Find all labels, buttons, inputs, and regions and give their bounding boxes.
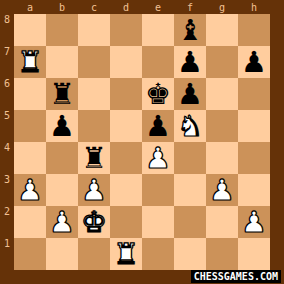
square-f8[interactable]: ♝ (174, 14, 206, 46)
piece-white-pawn: ♟ (17, 174, 43, 206)
piece-black-rook: ♜ (49, 78, 75, 110)
rank-label-2: 2 (0, 206, 14, 238)
square-c7[interactable] (78, 46, 110, 78)
square-g8[interactable] (206, 14, 238, 46)
chess-board: ♝♜♟♟♜♚♟♟♟♞♜♟♟♟♟♟♚♟♜ (14, 14, 270, 270)
piece-black-pawn: ♟ (177, 46, 203, 78)
rank-label-4: 4 (0, 142, 14, 174)
file-label-h: h (238, 0, 270, 14)
piece-white-pawn: ♟ (209, 174, 235, 206)
chess-diagram: abcdefgh 87654321 ♝♜♟♟♜♚♟♟♟♞♜♟♟♟♟♟♚♟♜ CH… (0, 0, 284, 284)
file-label-b: b (46, 0, 78, 14)
square-e3[interactable] (142, 174, 174, 206)
square-a2[interactable] (14, 206, 46, 238)
square-a1[interactable] (14, 238, 46, 270)
square-c2[interactable]: ♚ (78, 206, 110, 238)
piece-white-rook: ♜ (113, 238, 139, 270)
file-label-e: e (142, 0, 174, 14)
file-label-a: a (14, 0, 46, 14)
square-e7[interactable] (142, 46, 174, 78)
square-h6[interactable] (238, 78, 270, 110)
square-a7[interactable]: ♜ (14, 46, 46, 78)
square-a6[interactable] (14, 78, 46, 110)
file-label-g: g (206, 0, 238, 14)
rank-label-1: 1 (0, 238, 14, 270)
square-g4[interactable] (206, 142, 238, 174)
piece-white-knight: ♞ (177, 110, 203, 142)
square-a5[interactable] (14, 110, 46, 142)
square-g1[interactable] (206, 238, 238, 270)
square-b7[interactable] (46, 46, 78, 78)
square-b6[interactable]: ♜ (46, 78, 78, 110)
square-b8[interactable] (46, 14, 78, 46)
square-h2[interactable]: ♟ (238, 206, 270, 238)
square-d6[interactable] (110, 78, 142, 110)
file-label-d: d (110, 0, 142, 14)
square-g5[interactable] (206, 110, 238, 142)
square-d8[interactable] (110, 14, 142, 46)
rank-labels: 87654321 (0, 14, 14, 270)
square-c5[interactable] (78, 110, 110, 142)
square-g3[interactable]: ♟ (206, 174, 238, 206)
piece-black-pawn: ♟ (177, 78, 203, 110)
square-e6[interactable]: ♚ (142, 78, 174, 110)
file-labels: abcdefgh (14, 0, 270, 14)
piece-white-pawn: ♟ (81, 174, 107, 206)
rank-label-8: 8 (0, 14, 14, 46)
square-d4[interactable] (110, 142, 142, 174)
square-e4[interactable]: ♟ (142, 142, 174, 174)
piece-black-pawn: ♟ (49, 110, 75, 142)
piece-white-pawn: ♟ (145, 142, 171, 174)
piece-white-king: ♚ (81, 206, 107, 238)
piece-white-pawn: ♟ (49, 206, 75, 238)
piece-black-rook: ♜ (81, 142, 107, 174)
square-a4[interactable] (14, 142, 46, 174)
square-h5[interactable] (238, 110, 270, 142)
square-b2[interactable]: ♟ (46, 206, 78, 238)
square-a3[interactable]: ♟ (14, 174, 46, 206)
square-c3[interactable]: ♟ (78, 174, 110, 206)
square-g7[interactable] (206, 46, 238, 78)
piece-black-pawn: ♟ (241, 46, 267, 78)
piece-black-king: ♚ (145, 78, 171, 110)
square-f5[interactable]: ♞ (174, 110, 206, 142)
piece-black-pawn: ♟ (145, 110, 171, 142)
square-g2[interactable] (206, 206, 238, 238)
square-d2[interactable] (110, 206, 142, 238)
square-c4[interactable]: ♜ (78, 142, 110, 174)
square-f1[interactable] (174, 238, 206, 270)
square-d3[interactable] (110, 174, 142, 206)
square-d1[interactable]: ♜ (110, 238, 142, 270)
file-label-c: c (78, 0, 110, 14)
piece-white-rook: ♜ (17, 46, 43, 78)
square-d7[interactable] (110, 46, 142, 78)
square-e2[interactable] (142, 206, 174, 238)
rank-label-5: 5 (0, 110, 14, 142)
square-f3[interactable] (174, 174, 206, 206)
square-b5[interactable]: ♟ (46, 110, 78, 142)
square-b1[interactable] (46, 238, 78, 270)
square-c6[interactable] (78, 78, 110, 110)
square-f4[interactable] (174, 142, 206, 174)
square-e8[interactable] (142, 14, 174, 46)
square-c1[interactable] (78, 238, 110, 270)
square-e5[interactable]: ♟ (142, 110, 174, 142)
square-f6[interactable]: ♟ (174, 78, 206, 110)
rank-label-3: 3 (0, 174, 14, 206)
square-b4[interactable] (46, 142, 78, 174)
square-h3[interactable] (238, 174, 270, 206)
rank-label-7: 7 (0, 46, 14, 78)
file-label-f: f (174, 0, 206, 14)
site-watermark: CHESSGAMES.COM (191, 270, 281, 283)
rank-label-6: 6 (0, 78, 14, 110)
square-h4[interactable] (238, 142, 270, 174)
piece-white-pawn: ♟ (241, 206, 267, 238)
square-f2[interactable] (174, 206, 206, 238)
square-h7[interactable]: ♟ (238, 46, 270, 78)
square-g6[interactable] (206, 78, 238, 110)
square-c8[interactable] (78, 14, 110, 46)
square-d5[interactable] (110, 110, 142, 142)
square-b3[interactable] (46, 174, 78, 206)
square-a8[interactable] (14, 14, 46, 46)
square-h8[interactable] (238, 14, 270, 46)
square-e1[interactable] (142, 238, 174, 270)
piece-black-bishop: ♝ (177, 14, 203, 46)
square-h1[interactable] (238, 238, 270, 270)
square-f7[interactable]: ♟ (174, 46, 206, 78)
